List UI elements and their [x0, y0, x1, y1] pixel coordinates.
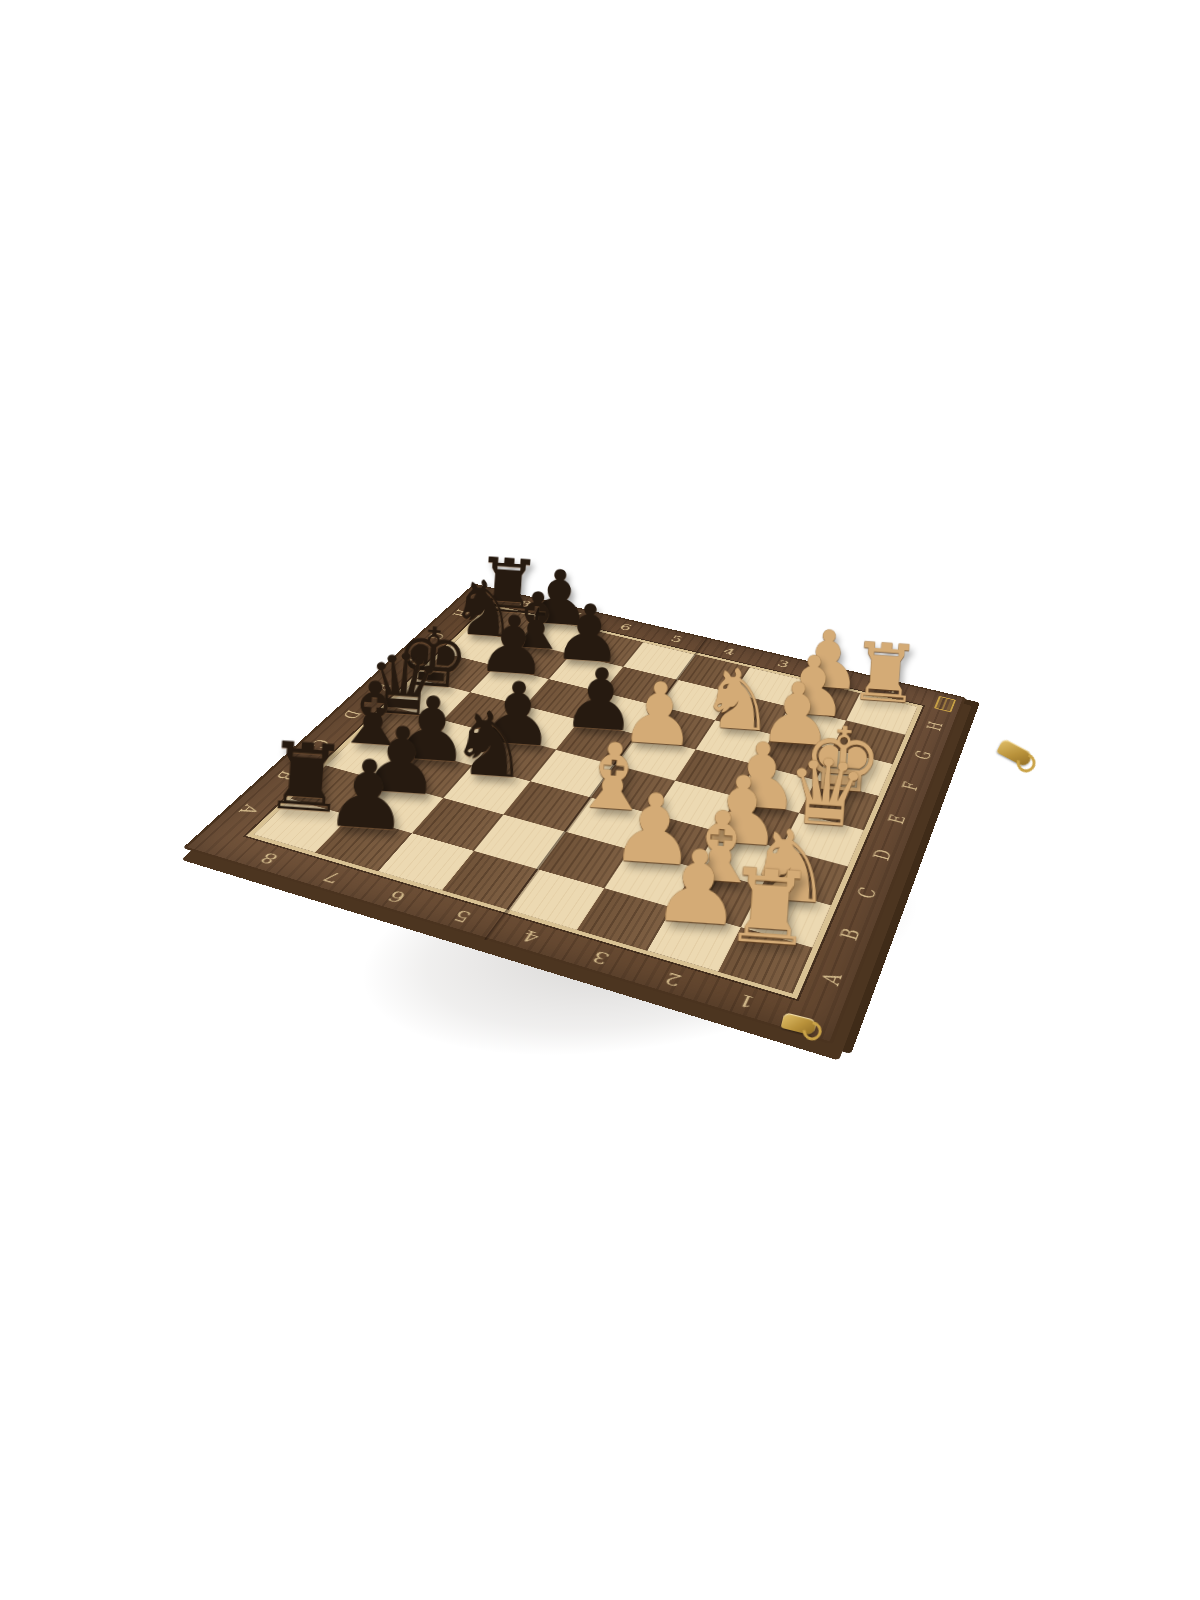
product-photo-canvas: ABCDEFGH ABCDEFGH 87654321 87654321 ♜♝♛♚…	[0, 0, 1200, 1600]
brand-logo	[934, 696, 956, 713]
black-knight[interactable]: ♞	[437, 687, 544, 801]
black-pawn[interactable]: ♟	[311, 734, 424, 855]
white-rook[interactable]: ♜	[709, 842, 831, 973]
photo-tilt-wrapper: ABCDEFGH ABCDEFGH 87654321 87654321 ♜♝♛♚…	[0, 0, 1200, 1600]
perspective-scene: ABCDEFGH ABCDEFGH 87654321 87654321 ♜♝♛♚…	[0, 0, 1200, 1600]
chess-board: ABCDEFGH ABCDEFGH 87654321 87654321 ♜♝♛♚…	[183, 584, 966, 1045]
